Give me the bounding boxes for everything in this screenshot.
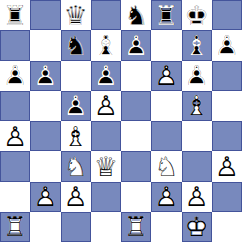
- white-bishop[interactable]: ♝♗: [61, 121, 91, 151]
- square-c5[interactable]: ♟♙: [61, 91, 91, 121]
- square-f5[interactable]: [151, 91, 181, 121]
- square-e4[interactable]: [121, 121, 151, 151]
- square-e3[interactable]: [121, 151, 151, 181]
- square-c4[interactable]: ♝♗: [61, 121, 91, 151]
- black-pawn[interactable]: ♟♙: [30, 61, 60, 91]
- square-d2[interactable]: [91, 182, 121, 212]
- white-knight[interactable]: ♞♘: [151, 151, 181, 181]
- piece-outline-glyph: ♔: [182, 212, 212, 242]
- piece-outline-glyph: ♗: [91, 30, 121, 60]
- black-bishop[interactable]: ♝♗: [91, 30, 121, 60]
- black-knight[interactable]: ♞♘: [61, 30, 91, 60]
- square-h5[interactable]: [212, 91, 242, 121]
- white-pawn[interactable]: ♟♙: [151, 61, 181, 91]
- black-king[interactable]: ♚♔: [182, 0, 212, 30]
- black-pawn[interactable]: ♟♙: [0, 61, 30, 91]
- black-pawn[interactable]: ♟♙: [182, 61, 212, 91]
- white-pawn[interactable]: ♟♙: [30, 182, 60, 212]
- piece-outline-glyph: ♙: [61, 182, 91, 212]
- square-f1[interactable]: [151, 212, 181, 242]
- square-a1[interactable]: ♜♖: [0, 212, 30, 242]
- black-pawn[interactable]: ♟♙: [91, 61, 121, 91]
- piece-outline-glyph: ♘: [121, 0, 151, 30]
- square-e6[interactable]: [121, 61, 151, 91]
- square-g3[interactable]: [182, 151, 212, 181]
- square-c6[interactable]: [61, 61, 91, 91]
- square-d8[interactable]: [91, 0, 121, 30]
- square-g5[interactable]: ♝♗: [182, 91, 212, 121]
- white-pawn[interactable]: ♟♙: [182, 182, 212, 212]
- piece-outline-glyph: ♘: [61, 151, 91, 181]
- piece-outline-glyph: ♙: [30, 182, 60, 212]
- piece-outline-glyph: ♗: [182, 30, 212, 60]
- square-h4[interactable]: [212, 121, 242, 151]
- square-a6[interactable]: ♟♙: [0, 61, 30, 91]
- black-pawn[interactable]: ♟♙: [61, 91, 91, 121]
- black-knight[interactable]: ♞♘: [121, 0, 151, 30]
- square-c3[interactable]: ♞♘: [61, 151, 91, 181]
- square-g1[interactable]: ♚♔: [182, 212, 212, 242]
- piece-outline-glyph: ♙: [91, 91, 121, 121]
- square-g7[interactable]: ♝♗: [182, 30, 212, 60]
- piece-outline-glyph: ♔: [182, 0, 212, 30]
- square-c2[interactable]: ♟♙: [61, 182, 91, 212]
- square-d7[interactable]: ♝♗: [91, 30, 121, 60]
- piece-outline-glyph: ♖: [121, 212, 151, 242]
- square-f7[interactable]: [151, 30, 181, 60]
- white-rook[interactable]: ♜♖: [0, 212, 30, 242]
- piece-outline-glyph: ♘: [61, 30, 91, 60]
- piece-outline-glyph: ♙: [30, 61, 60, 91]
- square-g2[interactable]: ♟♙: [182, 182, 212, 212]
- square-d1[interactable]: [91, 212, 121, 242]
- square-g8[interactable]: ♚♔: [182, 0, 212, 30]
- square-h1[interactable]: [212, 212, 242, 242]
- square-g6[interactable]: ♟♙: [182, 61, 212, 91]
- square-f3[interactable]: ♞♘: [151, 151, 181, 181]
- square-f6[interactable]: ♟♙: [151, 61, 181, 91]
- square-d6[interactable]: ♟♙: [91, 61, 121, 91]
- piece-outline-glyph: ♙: [0, 121, 30, 151]
- square-d4[interactable]: [91, 121, 121, 151]
- piece-outline-glyph: ♗: [61, 121, 91, 151]
- square-e2[interactable]: [121, 182, 151, 212]
- square-b3[interactable]: [30, 151, 60, 181]
- piece-outline-glyph: ♗: [182, 91, 212, 121]
- black-rook[interactable]: ♜♖: [151, 0, 181, 30]
- square-e8[interactable]: ♞♘: [121, 0, 151, 30]
- square-h8[interactable]: [212, 0, 242, 30]
- square-f4[interactable]: [151, 121, 181, 151]
- square-h6[interactable]: [212, 61, 242, 91]
- piece-outline-glyph: ♙: [151, 182, 181, 212]
- black-bishop[interactable]: ♝♗: [182, 30, 212, 60]
- piece-outline-glyph: ♙: [182, 61, 212, 91]
- piece-outline-glyph: ♖: [0, 212, 30, 242]
- white-rook[interactable]: ♜♖: [121, 212, 151, 242]
- white-bishop[interactable]: ♝♗: [182, 91, 212, 121]
- piece-outline-glyph: ♘: [151, 151, 181, 181]
- square-a3[interactable]: [0, 151, 30, 181]
- square-a5[interactable]: [0, 91, 30, 121]
- piece-outline-glyph: ♙: [91, 61, 121, 91]
- white-pawn[interactable]: ♟♙: [151, 182, 181, 212]
- square-d3[interactable]: ♛♕: [91, 151, 121, 181]
- white-knight[interactable]: ♞♘: [61, 151, 91, 181]
- square-a8[interactable]: ♜♖: [0, 0, 30, 30]
- square-h3[interactable]: ♟♙: [212, 151, 242, 181]
- square-f2[interactable]: ♟♙: [151, 182, 181, 212]
- piece-outline-glyph: ♙: [212, 151, 242, 181]
- square-b6[interactable]: ♟♙: [30, 61, 60, 91]
- square-b5[interactable]: [30, 91, 60, 121]
- black-pawn[interactable]: ♟♙: [212, 30, 242, 60]
- square-a4[interactable]: ♟♙: [0, 121, 30, 151]
- square-a7[interactable]: [0, 30, 30, 60]
- black-pawn[interactable]: ♟♙: [121, 30, 151, 60]
- white-pawn[interactable]: ♟♙: [91, 91, 121, 121]
- chess-board: ♜♖♛♕♞♘♜♖♚♔♞♘♝♗♟♙♝♗♟♙♟♙♟♙♟♙♟♙♟♙♟♙♟♙♝♗♟♙♝♗…: [0, 0, 242, 242]
- piece-outline-glyph: ♙: [151, 61, 181, 91]
- square-d5[interactable]: ♟♙: [91, 91, 121, 121]
- square-a2[interactable]: [0, 182, 30, 212]
- piece-outline-glyph: ♙: [61, 91, 91, 121]
- square-b8[interactable]: [30, 0, 60, 30]
- white-pawn[interactable]: ♟♙: [212, 151, 242, 181]
- square-b7[interactable]: [30, 30, 60, 60]
- square-b2[interactable]: ♟♙: [30, 182, 60, 212]
- square-f8[interactable]: ♜♖: [151, 0, 181, 30]
- black-queen[interactable]: ♛♕: [61, 0, 91, 30]
- piece-outline-glyph: ♙: [0, 61, 30, 91]
- piece-outline-glyph: ♖: [151, 0, 181, 30]
- square-g4[interactable]: [182, 121, 212, 151]
- square-h2[interactable]: [212, 182, 242, 212]
- square-e7[interactable]: ♟♙: [121, 30, 151, 60]
- piece-outline-glyph: ♖: [0, 0, 30, 30]
- piece-outline-glyph: ♙: [212, 30, 242, 60]
- square-b1[interactable]: [30, 212, 60, 242]
- square-e5[interactable]: [121, 91, 151, 121]
- white-king[interactable]: ♚♔: [182, 212, 212, 242]
- square-b4[interactable]: [30, 121, 60, 151]
- white-pawn[interactable]: ♟♙: [0, 121, 30, 151]
- piece-outline-glyph: ♙: [182, 182, 212, 212]
- white-pawn[interactable]: ♟♙: [61, 182, 91, 212]
- black-rook[interactable]: ♜♖: [0, 0, 30, 30]
- piece-outline-glyph: ♕: [91, 151, 121, 181]
- piece-outline-glyph: ♕: [61, 0, 91, 30]
- square-c8[interactable]: ♛♕: [61, 0, 91, 30]
- square-h7[interactable]: ♟♙: [212, 30, 242, 60]
- piece-outline-glyph: ♙: [121, 30, 151, 60]
- square-c7[interactable]: ♞♘: [61, 30, 91, 60]
- square-c1[interactable]: [61, 212, 91, 242]
- white-queen[interactable]: ♛♕: [91, 151, 121, 181]
- square-e1[interactable]: ♜♖: [121, 212, 151, 242]
